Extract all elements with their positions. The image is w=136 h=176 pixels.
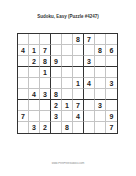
sudoku-cell: 9	[51, 56, 62, 67]
sudoku-cell: 3	[40, 89, 51, 100]
sudoku-cell: 2	[40, 122, 51, 133]
sudoku-cell: 7	[40, 45, 51, 56]
sudoku-cell	[18, 122, 29, 133]
sudoku-cell	[95, 56, 106, 67]
sudoku-cell	[95, 34, 106, 45]
sudoku-cell	[18, 67, 29, 78]
sudoku-cell: 1	[40, 67, 51, 78]
sudoku-cell	[84, 89, 95, 100]
sudoku-cell	[106, 67, 117, 78]
sudoku-cell	[84, 45, 95, 56]
sudoku-cell	[84, 111, 95, 122]
sudoku-cell: 8	[62, 122, 73, 133]
sudoku-cell	[18, 56, 29, 67]
sudoku-cell: 8	[95, 45, 106, 56]
sudoku-cell: 3	[51, 111, 62, 122]
sudoku-cell: 7	[18, 111, 29, 122]
sudoku-cell	[73, 67, 84, 78]
sudoku-cell	[29, 34, 40, 45]
sudoku-cell: 1	[73, 78, 84, 89]
sudoku-cell: 4	[18, 45, 29, 56]
sudoku-cell	[51, 45, 62, 56]
sudoku-cell	[106, 34, 117, 45]
sudoku-cell: 8	[73, 34, 84, 45]
sudoku-cell: 2	[51, 100, 62, 111]
sudoku-cell	[62, 67, 73, 78]
sudoku-cell	[73, 122, 84, 133]
sudoku-cell	[18, 100, 29, 111]
sudoku-cell: 1	[29, 45, 40, 56]
sudoku-cell: 1	[62, 100, 73, 111]
sudoku-cell	[18, 89, 29, 100]
sudoku-cell: 9	[106, 111, 117, 122]
footer-url: www.PrintFreeSudoku.com	[37, 162, 98, 165]
sudoku-cell: 7	[84, 34, 95, 45]
sudoku-grid: 874178628931143438217373493287	[17, 33, 118, 134]
sudoku-cell	[95, 122, 106, 133]
sudoku-cell: 3	[84, 56, 95, 67]
sudoku-cell	[73, 45, 84, 56]
sudoku-cell	[40, 100, 51, 111]
sudoku-cell: 4	[29, 89, 40, 100]
sudoku-cell	[84, 100, 95, 111]
sudoku-cell: 2	[29, 56, 40, 67]
sudoku-cell	[73, 56, 84, 67]
sudoku-cell	[51, 67, 62, 78]
sudoku-cell: 3	[29, 122, 40, 133]
sudoku-cell	[29, 67, 40, 78]
sudoku-cell	[62, 78, 73, 89]
sudoku-cell: 4	[84, 78, 95, 89]
sudoku-cell	[18, 78, 29, 89]
sudoku-cell	[106, 89, 117, 100]
sudoku-cell	[29, 78, 40, 89]
sudoku-cell	[18, 34, 29, 45]
sudoku-cell	[51, 122, 62, 133]
sudoku-cell	[62, 34, 73, 45]
sudoku-cell: 7	[73, 100, 84, 111]
sudoku-cell: 4	[73, 111, 84, 122]
sudoku-cell	[73, 89, 84, 100]
sudoku-cell	[29, 100, 40, 111]
sudoku-cell: 7	[106, 122, 117, 133]
sudoku-cell	[84, 122, 95, 133]
sudoku-cell	[84, 67, 95, 78]
sudoku-cell	[29, 111, 40, 122]
sudoku-cell	[95, 78, 106, 89]
sudoku-cell: 8	[40, 56, 51, 67]
page-title: Sudoku, Easy (Puzzle #4247)	[30, 14, 106, 19]
sudoku-cell	[40, 78, 51, 89]
sudoku-cell	[62, 89, 73, 100]
sudoku-cell: 3	[106, 78, 117, 89]
sudoku-cell	[62, 45, 73, 56]
sudoku-cell	[40, 34, 51, 45]
sudoku-cell	[106, 100, 117, 111]
sudoku-cell	[62, 56, 73, 67]
sudoku-cell: 3	[95, 100, 106, 111]
sudoku-cell	[51, 34, 62, 45]
sudoku-cell: 8	[51, 89, 62, 100]
sudoku-cell	[51, 78, 62, 89]
sudoku-cell	[95, 67, 106, 78]
sudoku-cell	[95, 89, 106, 100]
sudoku-cell: 6	[106, 45, 117, 56]
sudoku-cell	[62, 111, 73, 122]
sudoku-cell	[40, 111, 51, 122]
sudoku-cell	[95, 111, 106, 122]
sudoku-cell	[106, 56, 117, 67]
